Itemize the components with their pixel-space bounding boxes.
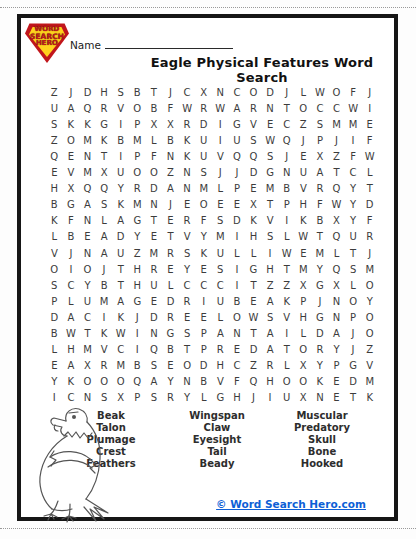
grid-cell[interactable]: Q: [129, 374, 146, 390]
grid-cell[interactable]: X: [79, 358, 96, 374]
grid-cell[interactable]: H: [295, 197, 312, 213]
grid-cell[interactable]: N: [162, 148, 179, 164]
grid-cell[interactable]: H: [129, 277, 146, 293]
grid-cell[interactable]: H: [295, 309, 312, 325]
grid-cell[interactable]: Q: [46, 148, 63, 164]
grid-cell[interactable]: V: [63, 165, 80, 181]
grid-cell[interactable]: L: [361, 165, 378, 181]
grid-cell[interactable]: U: [212, 293, 229, 309]
grid-cell[interactable]: M: [129, 132, 146, 148]
grid-cell[interactable]: A: [328, 326, 345, 342]
grid-cell[interactable]: E: [179, 309, 196, 325]
grid-cell[interactable]: Q: [328, 229, 345, 245]
grid-cell[interactable]: S: [96, 197, 113, 213]
grid-cell[interactable]: R: [96, 358, 113, 374]
grid-cell[interactable]: U: [345, 229, 362, 245]
grid-cell[interactable]: Y: [162, 374, 179, 390]
grid-cell[interactable]: E: [162, 213, 179, 229]
grid-cell[interactable]: X: [146, 116, 163, 132]
grid-cell[interactable]: D: [112, 229, 129, 245]
grid-cell[interactable]: O: [96, 374, 113, 390]
grid-cell[interactable]: A: [262, 326, 279, 342]
grid-cell[interactable]: E: [245, 293, 262, 309]
grid-cell[interactable]: H: [96, 84, 113, 100]
grid-cell[interactable]: B: [96, 277, 113, 293]
grid-cell[interactable]: Z: [129, 245, 146, 261]
grid-cell[interactable]: H: [262, 374, 279, 390]
grid-cell[interactable]: V: [212, 374, 229, 390]
grid-cell[interactable]: O: [146, 165, 163, 181]
grid-cell[interactable]: D: [79, 84, 96, 100]
grid-cell[interactable]: S: [195, 165, 212, 181]
grid-cell[interactable]: N: [79, 390, 96, 406]
grid-cell[interactable]: T: [79, 326, 96, 342]
grid-cell[interactable]: G: [63, 197, 80, 213]
grid-cell[interactable]: S: [146, 358, 163, 374]
grid-cell[interactable]: V: [179, 229, 196, 245]
grid-cell[interactable]: X: [312, 148, 329, 164]
grid-cell[interactable]: T: [278, 342, 295, 358]
grid-cell[interactable]: P: [129, 390, 146, 406]
grid-cell[interactable]: U: [212, 245, 229, 261]
grid-cell[interactable]: Q: [229, 148, 246, 164]
grid-cell[interactable]: Y: [129, 229, 146, 245]
grid-cell[interactable]: I: [278, 213, 295, 229]
grid-cell[interactable]: J: [245, 390, 262, 406]
grid-cell[interactable]: O: [361, 309, 378, 325]
grid-cell[interactable]: I: [212, 132, 229, 148]
grid-cell[interactable]: V: [245, 116, 262, 132]
grid-cell[interactable]: N: [328, 293, 345, 309]
grid-cell[interactable]: I: [112, 116, 129, 132]
grid-cell[interactable]: G: [312, 309, 329, 325]
grid-cell[interactable]: K: [179, 132, 196, 148]
grid-cell[interactable]: U: [46, 100, 63, 116]
grid-cell[interactable]: H: [129, 261, 146, 277]
grid-cell[interactable]: B: [312, 213, 329, 229]
grid-cell[interactable]: P: [46, 293, 63, 309]
grid-cell[interactable]: C: [79, 309, 96, 325]
grid-cell[interactable]: W: [345, 100, 362, 116]
grid-cell[interactable]: Z: [328, 148, 345, 164]
grid-cell[interactable]: M: [328, 116, 345, 132]
grid-cell[interactable]: U: [112, 245, 129, 261]
grid-cell[interactable]: L: [229, 245, 246, 261]
grid-cell[interactable]: I: [129, 342, 146, 358]
grid-cell[interactable]: B: [162, 132, 179, 148]
grid-cell[interactable]: T: [361, 181, 378, 197]
grid-cell[interactable]: X: [162, 116, 179, 132]
grid-cell[interactable]: J: [229, 165, 246, 181]
grid-cell[interactable]: N: [179, 374, 196, 390]
grid-cell[interactable]: P: [328, 358, 345, 374]
grid-cell[interactable]: F: [361, 132, 378, 148]
grid-cell[interactable]: X: [96, 165, 113, 181]
grid-cell[interactable]: H: [212, 358, 229, 374]
grid-cell[interactable]: C: [179, 84, 196, 100]
grid-cell[interactable]: T: [112, 277, 129, 293]
grid-cell[interactable]: P: [229, 181, 246, 197]
grid-cell[interactable]: Q: [328, 181, 345, 197]
grid-cell[interactable]: Y: [79, 277, 96, 293]
grid-cell[interactable]: I: [278, 326, 295, 342]
grid-cell[interactable]: W: [361, 148, 378, 164]
grid-cell[interactable]: A: [63, 358, 80, 374]
grid-cell[interactable]: B: [46, 197, 63, 213]
grid-cell[interactable]: M: [129, 197, 146, 213]
grid-cell[interactable]: L: [328, 245, 345, 261]
grid-cell[interactable]: Q: [79, 181, 96, 197]
grid-cell[interactable]: V: [262, 213, 279, 229]
grid-cell[interactable]: I: [96, 309, 113, 325]
grid-cell[interactable]: P: [312, 132, 329, 148]
grid-cell[interactable]: I: [345, 132, 362, 148]
grid-cell[interactable]: N: [79, 213, 96, 229]
grid-cell[interactable]: Y: [361, 293, 378, 309]
grid-cell[interactable]: O: [295, 342, 312, 358]
grid-cell[interactable]: L: [212, 309, 229, 325]
grid-cell[interactable]: G: [262, 165, 279, 181]
grid-cell[interactable]: D: [195, 116, 212, 132]
grid-cell[interactable]: K: [46, 213, 63, 229]
grid-cell[interactable]: X: [328, 213, 345, 229]
grid-cell[interactable]: H: [46, 181, 63, 197]
grid-cell[interactable]: X: [112, 390, 129, 406]
grid-cell[interactable]: N: [262, 100, 279, 116]
grid-cell[interactable]: X: [245, 197, 262, 213]
grid-cell[interactable]: S: [345, 261, 362, 277]
grid-cell[interactable]: A: [96, 245, 113, 261]
grid-cell[interactable]: K: [96, 326, 113, 342]
grid-cell[interactable]: U: [112, 165, 129, 181]
grid-cell[interactable]: D: [229, 213, 246, 229]
grid-cell[interactable]: L: [195, 390, 212, 406]
grid-cell[interactable]: K: [245, 213, 262, 229]
grid-cell[interactable]: O: [179, 358, 196, 374]
grid-cell[interactable]: N: [179, 181, 196, 197]
grid-cell[interactable]: Y: [345, 181, 362, 197]
grid-cell[interactable]: K: [179, 148, 196, 164]
grid-cell[interactable]: A: [63, 100, 80, 116]
grid-cell[interactable]: F: [162, 100, 179, 116]
grid-cell[interactable]: O: [295, 374, 312, 390]
grid-cell[interactable]: N: [278, 165, 295, 181]
grid-cell[interactable]: P: [195, 326, 212, 342]
grid-cell[interactable]: Q: [245, 374, 262, 390]
grid-cell[interactable]: R: [245, 100, 262, 116]
grid-cell[interactable]: A: [63, 309, 80, 325]
grid-cell[interactable]: E: [262, 116, 279, 132]
grid-cell[interactable]: I: [229, 261, 246, 277]
grid-cell[interactable]: B: [129, 358, 146, 374]
grid-cell[interactable]: F: [361, 213, 378, 229]
grid-cell[interactable]: L: [63, 293, 80, 309]
grid-cell[interactable]: O: [46, 261, 63, 277]
grid-cell[interactable]: N: [328, 309, 345, 325]
grid-cell[interactable]: K: [63, 374, 80, 390]
grid-cell[interactable]: X: [63, 181, 80, 197]
grid-cell[interactable]: E: [229, 197, 246, 213]
grid-cell[interactable]: R: [162, 245, 179, 261]
grid-cell[interactable]: K: [112, 197, 129, 213]
grid-cell[interactable]: X: [295, 358, 312, 374]
grid-cell[interactable]: T: [245, 277, 262, 293]
grid-cell[interactable]: E: [212, 197, 229, 213]
grid-cell[interactable]: X: [195, 84, 212, 100]
grid-cell[interactable]: I: [262, 245, 279, 261]
grid-cell[interactable]: Y: [345, 197, 362, 213]
grid-cell[interactable]: R: [312, 342, 329, 358]
grid-cell[interactable]: N: [146, 197, 163, 213]
grid-cell[interactable]: S: [262, 148, 279, 164]
grid-cell[interactable]: R: [162, 390, 179, 406]
grid-cell[interactable]: S: [245, 132, 262, 148]
grid-cell[interactable]: O: [112, 374, 129, 390]
grid-cell[interactable]: U: [295, 165, 312, 181]
grid-cell[interactable]: S: [146, 390, 163, 406]
grid-cell[interactable]: M: [79, 342, 96, 358]
grid-cell[interactable]: Z: [262, 277, 279, 293]
grid-cell[interactable]: D: [262, 84, 279, 100]
grid-cell[interactable]: C: [179, 277, 196, 293]
grid-cell[interactable]: Z: [162, 165, 179, 181]
grid-cell[interactable]: U: [79, 293, 96, 309]
grid-cell[interactable]: Y: [328, 342, 345, 358]
grid-cell[interactable]: W: [112, 326, 129, 342]
grid-cell[interactable]: C: [328, 100, 345, 116]
grid-cell[interactable]: L: [278, 358, 295, 374]
grid-cell[interactable]: F: [345, 148, 362, 164]
grid-cell[interactable]: R: [146, 261, 163, 277]
grid-cell[interactable]: B: [195, 374, 212, 390]
grid-cell[interactable]: M: [79, 165, 96, 181]
grid-cell[interactable]: E: [79, 229, 96, 245]
grid-cell[interactable]: I: [112, 148, 129, 164]
grid-cell[interactable]: Y: [179, 261, 196, 277]
grid-cell[interactable]: D: [361, 197, 378, 213]
grid-cell[interactable]: V: [112, 100, 129, 116]
grid-cell[interactable]: M: [96, 293, 113, 309]
grid-cell[interactable]: O: [79, 261, 96, 277]
grid-cell[interactable]: J: [361, 245, 378, 261]
grid-cell[interactable]: D: [245, 165, 262, 181]
grid-cell[interactable]: A: [112, 293, 129, 309]
grid-cell[interactable]: A: [79, 197, 96, 213]
grid-cell[interactable]: K: [361, 390, 378, 406]
grid-cell[interactable]: U: [195, 148, 212, 164]
grid-cell[interactable]: S: [212, 213, 229, 229]
grid-cell[interactable]: L: [278, 229, 295, 245]
grid-cell[interactable]: S: [179, 326, 196, 342]
grid-cell[interactable]: G: [312, 277, 329, 293]
grid-cell[interactable]: J: [162, 197, 179, 213]
grid-cell[interactable]: A: [96, 229, 113, 245]
grid-cell[interactable]: I: [229, 277, 246, 293]
grid-cell[interactable]: M: [312, 245, 329, 261]
grid-cell[interactable]: J: [162, 84, 179, 100]
grid-cell[interactable]: B: [162, 342, 179, 358]
grid-cell[interactable]: G: [212, 390, 229, 406]
grid-cell[interactable]: H: [63, 342, 80, 358]
grid-cell[interactable]: R: [312, 181, 329, 197]
grid-cell[interactable]: E: [295, 245, 312, 261]
grid-cell[interactable]: E: [245, 181, 262, 197]
grid-cell[interactable]: F: [229, 374, 246, 390]
grid-cell[interactable]: J: [96, 261, 113, 277]
grid-cell[interactable]: C: [312, 100, 329, 116]
grid-cell[interactable]: C: [345, 165, 362, 181]
grid-cell[interactable]: S: [212, 261, 229, 277]
grid-cell[interactable]: N: [146, 326, 163, 342]
grid-cell[interactable]: R: [212, 342, 229, 358]
grid-cell[interactable]: O: [79, 374, 96, 390]
grid-cell[interactable]: D: [146, 181, 163, 197]
grid-cell[interactable]: I: [361, 100, 378, 116]
grid-cell[interactable]: K: [278, 293, 295, 309]
grid-cell[interactable]: E: [328, 374, 345, 390]
grid-cell[interactable]: S: [262, 309, 279, 325]
grid-cell[interactable]: L: [245, 245, 262, 261]
grid-cell[interactable]: T: [262, 197, 279, 213]
grid-cell[interactable]: E: [46, 358, 63, 374]
grid-cell[interactable]: J: [361, 84, 378, 100]
grid-cell[interactable]: S: [112, 84, 129, 100]
grid-cell[interactable]: E: [162, 261, 179, 277]
grid-cell[interactable]: W: [262, 132, 279, 148]
grid-cell[interactable]: S: [46, 116, 63, 132]
grid-cell[interactable]: E: [146, 293, 163, 309]
grid-cell[interactable]: T: [278, 100, 295, 116]
grid-cell[interactable]: A: [146, 374, 163, 390]
grid-cell[interactable]: O: [361, 277, 378, 293]
grid-cell[interactable]: K: [195, 245, 212, 261]
grid-cell[interactable]: L: [46, 229, 63, 245]
grid-cell[interactable]: U: [146, 277, 163, 293]
grid-cell[interactable]: Z: [295, 116, 312, 132]
grid-cell[interactable]: B: [46, 326, 63, 342]
grid-cell[interactable]: J: [278, 148, 295, 164]
grid-cell[interactable]: L: [212, 181, 229, 197]
grid-cell[interactable]: P: [129, 148, 146, 164]
grid-cell[interactable]: Y: [179, 390, 196, 406]
grid-cell[interactable]: N: [179, 165, 196, 181]
grid-cell[interactable]: D: [162, 293, 179, 309]
grid-cell[interactable]: R: [361, 229, 378, 245]
grid-cell[interactable]: L: [295, 84, 312, 100]
grid-cell[interactable]: O: [361, 326, 378, 342]
grid-cell[interactable]: P: [345, 309, 362, 325]
grid-cell[interactable]: R: [262, 358, 279, 374]
grid-cell[interactable]: G: [129, 293, 146, 309]
grid-cell[interactable]: T: [312, 229, 329, 245]
grid-cell[interactable]: K: [79, 116, 96, 132]
grid-cell[interactable]: G: [162, 326, 179, 342]
grid-cell[interactable]: I: [63, 261, 80, 277]
grid-cell[interactable]: H: [262, 261, 279, 277]
grid-cell[interactable]: J: [345, 342, 362, 358]
grid-cell[interactable]: W: [63, 326, 80, 342]
grid-cell[interactable]: O: [129, 165, 146, 181]
grid-cell[interactable]: O: [129, 100, 146, 116]
grid-cell[interactable]: O: [195, 197, 212, 213]
grid-cell[interactable]: G: [229, 116, 246, 132]
grid-cell[interactable]: C: [229, 84, 246, 100]
grid-cell[interactable]: Z: [46, 132, 63, 148]
grid-cell[interactable]: F: [312, 197, 329, 213]
grid-cell[interactable]: A: [262, 293, 279, 309]
grid-cell[interactable]: H: [245, 229, 262, 245]
grid-cell[interactable]: Q: [278, 132, 295, 148]
grid-cell[interactable]: M: [212, 229, 229, 245]
grid-cell[interactable]: S: [96, 390, 113, 406]
grid-cell[interactable]: R: [179, 213, 196, 229]
grid-cell[interactable]: T: [146, 84, 163, 100]
grid-cell[interactable]: A: [212, 326, 229, 342]
grid-cell[interactable]: G: [129, 213, 146, 229]
grid-cell[interactable]: Z: [245, 358, 262, 374]
grid-cell[interactable]: T: [345, 390, 362, 406]
grid-cell[interactable]: V: [295, 181, 312, 197]
grid-cell[interactable]: J: [312, 293, 329, 309]
grid-cell[interactable]: Z: [278, 277, 295, 293]
grid-cell[interactable]: I: [229, 229, 246, 245]
grid-cell[interactable]: I: [46, 390, 63, 406]
grid-cell[interactable]: F: [146, 148, 163, 164]
grid-cell[interactable]: X: [295, 277, 312, 293]
grid-cell[interactable]: Q: [96, 181, 113, 197]
grid-cell[interactable]: E: [295, 148, 312, 164]
grid-cell[interactable]: G: [245, 261, 262, 277]
grid-cell[interactable]: V: [361, 358, 378, 374]
grid-cell[interactable]: N: [79, 148, 96, 164]
grid-cell[interactable]: J: [328, 132, 345, 148]
grid-cell[interactable]: L: [295, 326, 312, 342]
grid-cell[interactable]: C: [278, 116, 295, 132]
grid-cell[interactable]: I: [262, 390, 279, 406]
grid-cell[interactable]: E: [195, 309, 212, 325]
grid-cell[interactable]: T: [328, 165, 345, 181]
grid-cell[interactable]: B: [146, 100, 163, 116]
grid-cell[interactable]: T: [345, 245, 362, 261]
grid-cell[interactable]: T: [245, 326, 262, 342]
grid-cell[interactable]: K: [96, 132, 113, 148]
grid-cell[interactable]: U: [229, 132, 246, 148]
grid-cell[interactable]: K: [295, 213, 312, 229]
grid-cell[interactable]: L: [162, 277, 179, 293]
grid-cell[interactable]: Q: [79, 100, 96, 116]
grid-cell[interactable]: G: [345, 358, 362, 374]
grid-cell[interactable]: C: [112, 342, 129, 358]
grid-cell[interactable]: P: [278, 197, 295, 213]
grid-cell[interactable]: W: [328, 197, 345, 213]
grid-cell[interactable]: O: [229, 309, 246, 325]
grid-cell[interactable]: B: [129, 84, 146, 100]
grid-cell[interactable]: A: [162, 181, 179, 197]
grid-cell[interactable]: O: [245, 84, 262, 100]
grid-cell[interactable]: M: [146, 245, 163, 261]
grid-cell[interactable]: O: [345, 293, 362, 309]
grid-cell[interactable]: M: [361, 261, 378, 277]
grid-cell[interactable]: R: [129, 181, 146, 197]
grid-cell[interactable]: E: [146, 229, 163, 245]
grid-cell[interactable]: R: [195, 100, 212, 116]
grid-cell[interactable]: U: [195, 132, 212, 148]
grid-cell[interactable]: G: [96, 116, 113, 132]
grid-cell[interactable]: Q: [146, 342, 163, 358]
grid-cell[interactable]: X: [295, 390, 312, 406]
grid-cell[interactable]: S: [46, 277, 63, 293]
grid-cell[interactable]: J: [63, 84, 80, 100]
